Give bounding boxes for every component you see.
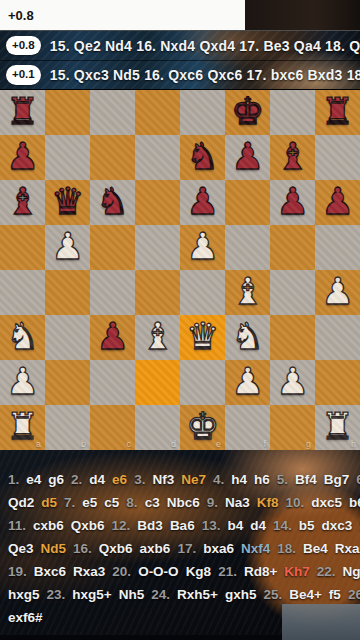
square-e7[interactable]: ♞ [180, 135, 225, 180]
engine-lines-panel: +0.8 15. Qe2 Nd4 16. Nxd4 Qxd4 17. Be3 Q… [0, 30, 360, 90]
square-g2[interactable]: ♟ [270, 360, 315, 405]
square-d6[interactable] [135, 180, 180, 225]
square-f6[interactable] [225, 180, 270, 225]
square-c1[interactable]: c [90, 405, 135, 450]
eval-bar: +0.8 [0, 0, 360, 30]
eval-badge-1: +0.8 [6, 36, 41, 56]
file-label-h: h [351, 440, 356, 449]
square-g1[interactable]: g [270, 405, 315, 450]
square-b6[interactable]: ♛ [45, 180, 90, 225]
white-king: ♚ [186, 404, 219, 449]
move-list[interactable]: 1.e4g62.d4e63.Nf3Ne74.h4h65.Bf4Bg76.Qd2d… [0, 450, 360, 640]
square-h6[interactable]: ♟ [315, 180, 360, 225]
move-number: 7. [64, 495, 75, 510]
square-f7[interactable]: ♟ [225, 135, 270, 180]
move-Qe3[interactable]: Qe3 [8, 541, 34, 556]
white-knight: ♞ [231, 314, 264, 359]
file-label-g: g [306, 440, 311, 449]
white-pawn: ♟ [321, 269, 354, 314]
white-bishop: ♝ [141, 314, 174, 359]
square-b5[interactable]: ♟ [45, 225, 90, 270]
square-f1[interactable]: f [225, 405, 270, 450]
move-b5[interactable]: b5 [299, 518, 315, 533]
move-e5[interactable]: e5 [82, 495, 97, 510]
move-h4[interactable]: h4 [231, 472, 247, 487]
black-pawn: ♟ [186, 179, 219, 224]
white-pawn: ♟ [51, 224, 84, 269]
file-label-f: f [263, 440, 266, 449]
square-g3[interactable] [270, 315, 315, 360]
move-g6[interactable]: g6 [48, 472, 64, 487]
move-exf6#[interactable]: exf6# [8, 610, 43, 625]
eval-score: +0.8 [8, 8, 34, 23]
move-d4[interactable]: d4 [89, 472, 105, 487]
move-Nf3[interactable]: Nf3 [152, 472, 174, 487]
move-list-lines: 1.e4g62.d4e63.Nf3Ne74.h4h65.Bf4Bg76.Qd2d… [0, 450, 360, 629]
file-label-c: c [127, 440, 132, 449]
black-pawn: ♟ [276, 179, 309, 224]
move-Qxb6[interactable]: Qxb6 [71, 518, 105, 533]
engine-line-1-moves: 15. Qe2 Nd4 16. Nxd4 Qxd4 17. Be3 Qa4 18… [50, 38, 360, 54]
move-Na3[interactable]: Na3 [225, 495, 250, 510]
engine-line-1[interactable]: +0.8 15. Qe2 Nd4 16. Nxd4 Qxd4 17. Be3 Q… [0, 31, 360, 60]
move-number: 8. [126, 495, 137, 510]
square-g8[interactable] [270, 90, 315, 135]
black-rook: ♜ [321, 89, 354, 134]
engine-line-2[interactable]: +0.1 15. Qxc3 Nd5 16. Qxc6 Qxc6 17. bxc6… [0, 60, 360, 89]
square-b1[interactable]: b [45, 405, 90, 450]
square-f4[interactable]: ♝ [225, 270, 270, 315]
square-a4[interactable] [0, 270, 45, 315]
file-label-a: a [36, 440, 41, 449]
move-O-O-O[interactable]: O-O-O [138, 564, 179, 579]
white-rook: ♜ [321, 404, 354, 449]
square-b8[interactable] [45, 90, 90, 135]
move-d4[interactable]: d4 [250, 518, 266, 533]
black-knight: ♞ [96, 179, 129, 224]
move-Bg7[interactable]: Bg7 [324, 472, 350, 487]
square-e1[interactable]: ♚e [180, 405, 225, 450]
square-h4[interactable]: ♟ [315, 270, 360, 315]
move-Ba6[interactable]: Ba6 [170, 518, 195, 533]
move-list-line-2: Qd2d57.e5c58.c3Nbc69.Na3Kf810.dxc5b6 [8, 491, 360, 514]
move-b6[interactable]: b6 [349, 495, 360, 510]
move-number: 4. [213, 472, 224, 487]
square-g6[interactable]: ♟ [270, 180, 315, 225]
square-d8[interactable] [135, 90, 180, 135]
move-number: 19. [8, 564, 27, 579]
white-bishop: ♝ [231, 269, 264, 314]
black-knight: ♞ [186, 134, 219, 179]
square-g4[interactable] [270, 270, 315, 315]
black-bishop: ♝ [6, 179, 39, 224]
chess-board[interactable]: ♜♚♜♟♞♟♝♝♛♞♟♟♟♟♟♝♟♞♟♝♛♞♟♟♟♜abcd♚efg♜h [0, 90, 360, 450]
square-b7[interactable] [45, 135, 90, 180]
move-Nh5[interactable]: Nh5 [119, 587, 145, 602]
move-Bxc6[interactable]: Bxc6 [34, 564, 66, 579]
square-g5[interactable] [270, 225, 315, 270]
move-cxb6[interactable]: cxb6 [33, 518, 64, 533]
file-label-e: e [216, 440, 221, 449]
square-f5[interactable] [225, 225, 270, 270]
square-b4[interactable] [45, 270, 90, 315]
move-number: 14. [273, 518, 292, 533]
move-number: 1. [8, 472, 19, 487]
black-rook: ♜ [6, 89, 39, 134]
square-d2[interactable] [135, 360, 180, 405]
move-list-line-1: 1.e4g62.d4e63.Nf3Ne74.h4h65.Bf4Bg76. [8, 468, 360, 491]
file-label-b: b [81, 440, 86, 449]
black-pawn: ♟ [6, 134, 39, 179]
square-f2[interactable]: ♟ [225, 360, 270, 405]
square-e8[interactable] [180, 90, 225, 135]
move-Bd3[interactable]: Bd3 [137, 518, 163, 533]
square-a1[interactable]: ♜a [0, 405, 45, 450]
square-a6[interactable]: ♝ [0, 180, 45, 225]
move-Rd8+[interactable]: Rd8+ [244, 564, 277, 579]
move-Kf8[interactable]: Kf8 [257, 495, 279, 510]
eval-badge-2: +0.1 [6, 65, 41, 85]
move-e6[interactable]: e6 [112, 472, 127, 487]
square-f8[interactable]: ♚ [225, 90, 270, 135]
square-d1[interactable]: d [135, 405, 180, 450]
black-pawn: ♟ [231, 134, 264, 179]
move-list-line-4: Qe3Nd516.Qxb6axb617.bxa6Nxf418.Be4Rxa6 [8, 537, 360, 560]
square-c8[interactable] [90, 90, 135, 135]
file-label-d: d [171, 440, 176, 449]
square-d7[interactable] [135, 135, 180, 180]
move-list-line-5: 19.Bxc6Rxa320.O-O-OKg821.Rd8+Kh722.Ng5+ [8, 560, 360, 583]
move-dxc3[interactable]: dxc3 [322, 518, 353, 533]
square-c3[interactable]: ♟ [90, 315, 135, 360]
move-Nd5[interactable]: Nd5 [41, 541, 67, 556]
move-e4[interactable]: e4 [26, 472, 41, 487]
move-c5[interactable]: c5 [104, 495, 119, 510]
move-c3[interactable]: c3 [145, 495, 160, 510]
square-h5[interactable] [315, 225, 360, 270]
move-number: 5. [277, 472, 288, 487]
move-f5[interactable]: f5 [329, 587, 341, 602]
move-hxg5+[interactable]: hxg5+ [72, 587, 111, 602]
square-d5[interactable] [135, 225, 180, 270]
square-e5[interactable]: ♟ [180, 225, 225, 270]
eval-bar-white-section: +0.8 [0, 0, 245, 30]
square-b2[interactable] [45, 360, 90, 405]
move-number: 20. [112, 564, 131, 579]
white-pawn: ♟ [231, 359, 264, 404]
square-a2[interactable]: ♟ [0, 360, 45, 405]
square-e4[interactable] [180, 270, 225, 315]
engine-line-2-moves: 15. Qxc3 Nd5 16. Qxc6 Qxc6 17. bxc6 Bxd3… [50, 67, 360, 83]
move-Be4[interactable]: Be4 [303, 541, 328, 556]
square-f3[interactable]: ♞ [225, 315, 270, 360]
move-number: 11. [8, 518, 26, 533]
white-queen: ♛ [186, 314, 219, 359]
white-pawn: ♟ [6, 359, 39, 404]
move-Ne7[interactable]: Ne7 [181, 472, 206, 487]
square-e3[interactable]: ♛ [180, 315, 225, 360]
square-h3[interactable] [315, 315, 360, 360]
square-h1[interactable]: ♜h [315, 405, 360, 450]
square-h7[interactable] [315, 135, 360, 180]
move-Kh7[interactable]: Kh7 [284, 564, 310, 579]
move-Nxf4[interactable]: Nxf4 [241, 541, 270, 556]
move-Rxa3[interactable]: Rxa3 [73, 564, 105, 579]
move-number: 6. [356, 472, 360, 487]
move-number: 17. [177, 541, 196, 556]
black-pawn: ♟ [96, 314, 129, 359]
square-a3[interactable]: ♞ [0, 315, 45, 360]
move-dxc5[interactable]: dxc5 [311, 495, 342, 510]
move-number: 26. [348, 587, 360, 602]
move-number: 23. [47, 587, 66, 602]
move-number: 3. [134, 472, 145, 487]
move-d5[interactable]: d5 [41, 495, 57, 510]
square-e6[interactable]: ♟ [180, 180, 225, 225]
move-bxa6[interactable]: bxa6 [203, 541, 234, 556]
move-Qxb6[interactable]: Qxb6 [99, 541, 133, 556]
white-pawn: ♟ [276, 359, 309, 404]
move-Nbc6[interactable]: Nbc6 [167, 495, 200, 510]
move-Rxh5+[interactable]: Rxh5+ [177, 587, 218, 602]
move-Rxa6[interactable]: Rxa6 [335, 541, 360, 556]
move-number: 24. [151, 587, 170, 602]
square-d3[interactable]: ♝ [135, 315, 180, 360]
move-h6[interactable]: h6 [254, 472, 270, 487]
move-Be4+[interactable]: Be4+ [289, 587, 322, 602]
square-c2[interactable] [90, 360, 135, 405]
background-art-bottom-strip [0, 635, 282, 640]
move-list-line-6: hxg523.hxg5+Nh524.Rxh5+gxh525.Be4+f526. [8, 583, 360, 606]
square-g7[interactable]: ♝ [270, 135, 315, 180]
square-h2[interactable] [315, 360, 360, 405]
move-axb6[interactable]: axb6 [140, 541, 171, 556]
square-c6[interactable]: ♞ [90, 180, 135, 225]
square-e2[interactable] [180, 360, 225, 405]
move-number: 16. [73, 541, 92, 556]
white-rook: ♜ [6, 404, 39, 449]
move-number: 9. [207, 495, 218, 510]
move-Kg8[interactable]: Kg8 [186, 564, 212, 579]
move-number: 25. [263, 587, 282, 602]
square-c5[interactable] [90, 225, 135, 270]
square-d4[interactable] [135, 270, 180, 315]
move-hxg5[interactable]: hxg5 [8, 587, 40, 602]
move-gxh5[interactable]: gxh5 [225, 587, 257, 602]
move-b4[interactable]: b4 [227, 518, 243, 533]
white-pawn: ♟ [186, 224, 219, 269]
move-number: 2. [71, 472, 82, 487]
black-queen: ♛ [51, 179, 84, 224]
move-Qd2[interactable]: Qd2 [8, 495, 34, 510]
move-Bf4[interactable]: Bf4 [295, 472, 317, 487]
square-c7[interactable] [90, 135, 135, 180]
analysis-screen: +0.8 +0.8 15. Qe2 Nd4 16. Nxd4 Qxd4 17. … [0, 0, 360, 640]
move-number: 21. [218, 564, 237, 579]
move-number: 10. [285, 495, 304, 510]
square-h8[interactable]: ♜ [315, 90, 360, 135]
move-Ng5+[interactable]: Ng5+ [343, 564, 360, 579]
move-number: 13. [202, 518, 221, 533]
square-a7[interactable]: ♟ [0, 135, 45, 180]
square-b3[interactable] [45, 315, 90, 360]
move-list-line-3: 11.cxb6Qxb612.Bd3Ba613.b4d414.b5dxc315. [8, 514, 360, 537]
move-number: 18. [277, 541, 296, 556]
move-list-line-7: exf6# [8, 606, 360, 629]
square-a8[interactable]: ♜ [0, 90, 45, 135]
black-pawn: ♟ [321, 179, 354, 224]
square-c4[interactable] [90, 270, 135, 315]
eval-bar-black-section [245, 0, 360, 30]
move-number: 12. [112, 518, 131, 533]
black-king: ♚ [231, 89, 264, 134]
white-knight: ♞ [6, 314, 39, 359]
square-a5[interactable] [0, 225, 45, 270]
move-number: 22. [317, 564, 336, 579]
black-bishop: ♝ [276, 134, 309, 179]
